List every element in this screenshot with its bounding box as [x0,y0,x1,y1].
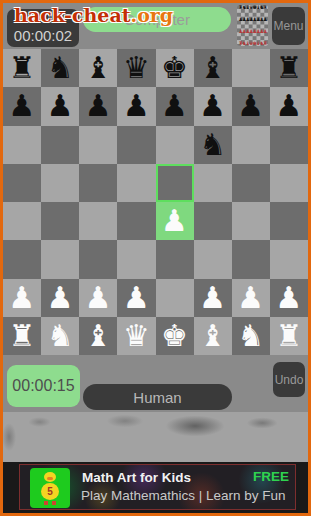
square-h4[interactable] [270,202,308,240]
square-c5[interactable] [79,164,117,202]
human-clock-value: 00:00:15 [12,377,74,395]
square-g1[interactable]: ♞ [232,317,270,355]
square-h2[interactable]: ♟ [270,279,308,317]
white-bishop-piece: ♝ [85,321,112,351]
human-clock: 00:00:15 [7,365,80,407]
black-pawn-piece: ♟ [9,91,36,121]
ad-free-badge: FREE [253,469,289,484]
square-d8[interactable]: ♛ [117,49,155,87]
app-frame: 00:00:02 hack-cheat.org Computer ♜♞♝♛♚♝♞… [0,0,311,516]
square-h8[interactable]: ♜ [270,49,308,87]
white-queen-piece: ♛ [123,321,150,351]
human-player-label: Human [83,384,232,410]
white-pawn-piece: ♟ [199,283,226,313]
white-king-piece: ♚ [161,321,188,351]
square-g6[interactable] [232,126,270,164]
square-e4[interactable]: ♟ [156,202,194,240]
black-bishop-piece: ♝ [199,53,226,83]
white-pawn-piece: ♟ [9,283,36,313]
square-h7[interactable]: ♟ [270,87,308,125]
square-c8[interactable]: ♝ [79,49,117,87]
square-d5[interactable] [117,164,155,202]
ad-title[interactable]: Math Art for Kids [82,470,191,485]
square-c1[interactable]: ♝ [79,317,117,355]
square-g3[interactable] [232,240,270,278]
chess-board: ♜♞♝♛♚♝♜♟♟♟♟♟♟♟♟♞♟♟♟♟♟♟♟♟♜♞♝♛♚♝♞♜ [3,49,308,355]
square-d3[interactable] [117,240,155,278]
square-f2[interactable]: ♟ [194,279,232,317]
square-e8[interactable]: ♚ [156,49,194,87]
square-d7[interactable]: ♟ [117,87,155,125]
black-pawn-piece: ♟ [85,91,112,121]
square-e1[interactable]: ♚ [156,317,194,355]
square-c3[interactable] [79,240,117,278]
black-knight-piece: ♞ [199,130,226,160]
square-h6[interactable] [270,126,308,164]
black-pawn-piece: ♟ [47,91,74,121]
computer-clock: 00:00:02 [7,9,79,47]
square-c6[interactable] [79,126,117,164]
square-e3[interactable] [156,240,194,278]
square-g2[interactable]: ♟ [232,279,270,317]
square-f3[interactable] [194,240,232,278]
square-b3[interactable] [41,240,79,278]
white-pawn-piece: ♟ [47,283,74,313]
square-a1[interactable]: ♜ [3,317,41,355]
square-b1[interactable]: ♞ [41,317,79,355]
black-pawn-piece: ♟ [275,91,302,121]
chessboard-thumbnail-icon: ♜♞♝♛♚♝♞♜ ♟♟♟♟♟♟♟♟ ♟♟♟♟♟♟♟♟ ♜♞♝♛♚♝♞♜ [237,5,268,46]
black-pawn-piece: ♟ [199,91,226,121]
square-e6[interactable] [156,126,194,164]
square-a4[interactable] [3,202,41,240]
white-rook-piece: ♜ [275,321,302,351]
square-f6[interactable]: ♞ [194,126,232,164]
square-g7[interactable]: ♟ [232,87,270,125]
white-pawn-piece: ♟ [161,206,188,236]
square-a2[interactable]: ♟ [3,279,41,317]
white-pawn-piece: ♟ [123,283,150,313]
black-knight-piece: ♞ [47,53,74,83]
black-bishop-piece: ♝ [85,53,112,83]
square-f8[interactable]: ♝ [194,49,232,87]
square-b5[interactable] [41,164,79,202]
computer-clock-value: 00:00:02 [14,27,72,44]
white-knight-piece: ♞ [47,321,74,351]
white-rook-piece: ♜ [9,321,36,351]
square-d4[interactable] [117,202,155,240]
white-pawn-piece: ♟ [237,283,264,313]
white-pawn-piece: ♟ [275,283,302,313]
square-g5[interactable] [232,164,270,202]
square-b2[interactable]: ♟ [41,279,79,317]
thumb-red-pawns-row: ♟♟♟♟♟♟♟♟ [237,29,268,34]
white-bishop-piece: ♝ [199,321,226,351]
white-knight-piece: ♞ [237,321,264,351]
white-pawn-piece: ♟ [85,283,112,313]
square-h1[interactable]: ♜ [270,317,308,355]
square-a6[interactable] [3,126,41,164]
square-a5[interactable] [3,164,41,202]
square-a7[interactable]: ♟ [3,87,41,125]
square-a8[interactable]: ♜ [3,49,41,87]
square-e2[interactable] [156,279,194,317]
square-h3[interactable] [270,240,308,278]
square-a3[interactable] [3,240,41,278]
black-pawn-piece: ♟ [161,91,188,121]
bottom-bar: 00:00:15 Human Undo [3,355,308,412]
black-rook-piece: ♜ [9,53,36,83]
ad-icon-number: 5 [47,486,53,497]
square-h5[interactable] [270,164,308,202]
square-d6[interactable] [117,126,155,164]
square-e7[interactable]: ♟ [156,87,194,125]
square-f1[interactable]: ♝ [194,317,232,355]
black-rook-piece: ♜ [275,53,302,83]
square-f7[interactable]: ♟ [194,87,232,125]
background-texture [3,412,308,462]
square-g8[interactable] [232,49,270,87]
ad-banner[interactable]: 5 Math Art for Kids FREE Play Mathemathi… [19,464,296,510]
duck-feet-icon [44,501,48,505]
black-king-piece: ♚ [161,53,188,83]
ad-strip: 5 Math Art for Kids FREE Play Mathemathi… [3,462,308,513]
square-g4[interactable] [232,202,270,240]
black-pawn-piece: ♟ [237,91,264,121]
thumb-black-pawns-row: ♟♟♟♟♟♟♟♟ [237,17,268,22]
menu-button[interactable]: Menu [272,7,305,45]
thumb-black-pieces-row: ♜♞♝♛♚♝♞♜ [237,5,268,10]
black-queen-piece: ♛ [123,53,150,83]
square-f4[interactable] [194,202,232,240]
square-b6[interactable] [41,126,79,164]
thumb-red-pieces-row: ♜♞♝♛♚♝♞♜ [237,41,268,46]
undo-button[interactable]: Undo [273,362,305,397]
square-c4[interactable] [79,202,117,240]
top-bar: 00:00:02 hack-cheat.org Computer ♜♞♝♛♚♝♞… [3,3,308,49]
duck-body-icon: 5 [41,483,59,500]
square-f5[interactable] [194,164,232,202]
square-b4[interactable] [41,202,79,240]
duck-beak-icon [47,477,53,480]
computer-player-label: Computer [83,7,231,32]
ad-app-icon[interactable]: 5 [30,468,70,508]
black-pawn-piece: ♟ [123,91,150,121]
ad-subtitle[interactable]: Play Mathemathics | Learn by Fun [81,488,286,503]
square-d2[interactable]: ♟ [117,279,155,317]
square-c2[interactable]: ♟ [79,279,117,317]
square-d1[interactable]: ♛ [117,317,155,355]
square-b7[interactable]: ♟ [41,87,79,125]
square-c7[interactable]: ♟ [79,87,117,125]
square-e5[interactable] [156,164,194,202]
square-b8[interactable]: ♞ [41,49,79,87]
